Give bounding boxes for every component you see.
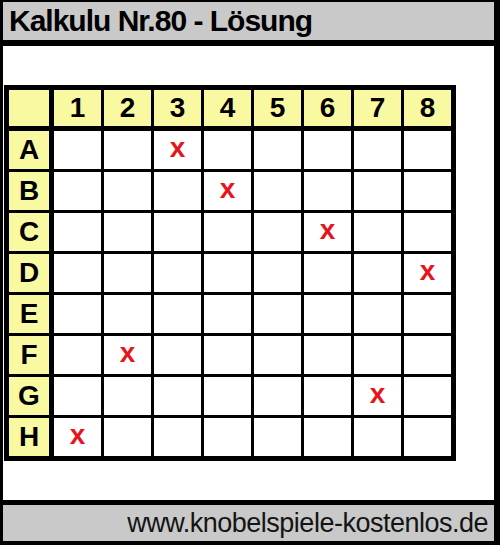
cell-G5[interactable]	[254, 377, 301, 415]
row-header-G: G	[9, 377, 51, 415]
cell-B6[interactable]	[304, 172, 351, 210]
col-header-7: 7	[354, 90, 401, 128]
page-frame: Kalkulu Nr.80 - Lösung 12345678AxBxCxDxE…	[0, 0, 500, 545]
col-header-5: 5	[254, 90, 301, 128]
cell-B2[interactable]	[104, 172, 151, 210]
page-title: Kalkulu Nr.80 - Lösung	[9, 4, 312, 38]
cell-A8[interactable]	[404, 131, 451, 169]
cell-A5[interactable]	[254, 131, 301, 169]
cell-H7[interactable]	[354, 418, 401, 456]
cell-A6[interactable]	[304, 131, 351, 169]
cell-G1[interactable]	[54, 377, 101, 415]
x-mark-D8: x	[420, 257, 436, 285]
x-mark-C6: x	[320, 216, 336, 244]
cell-C4[interactable]	[204, 213, 251, 251]
title-bar: Kalkulu Nr.80 - Lösung	[3, 2, 494, 46]
row-header-B: B	[9, 172, 51, 210]
cell-D3[interactable]	[154, 254, 201, 292]
cell-H5[interactable]	[254, 418, 301, 456]
cell-B4[interactable]: x	[204, 172, 251, 210]
cell-E5[interactable]	[254, 295, 301, 333]
cell-B7[interactable]	[354, 172, 401, 210]
corner-cell	[9, 90, 51, 128]
cell-F6[interactable]	[304, 336, 351, 374]
cell-F4[interactable]	[204, 336, 251, 374]
cell-G3[interactable]	[154, 377, 201, 415]
cell-D6[interactable]	[304, 254, 351, 292]
cell-D1[interactable]	[54, 254, 101, 292]
cell-D2[interactable]	[104, 254, 151, 292]
cell-C6[interactable]: x	[304, 213, 351, 251]
cell-F5[interactable]	[254, 336, 301, 374]
cell-H8[interactable]	[404, 418, 451, 456]
x-mark-A3: x	[170, 134, 186, 162]
cell-C2[interactable]	[104, 213, 151, 251]
col-header-1: 1	[54, 90, 101, 128]
col-header-6: 6	[304, 90, 351, 128]
cell-C3[interactable]	[154, 213, 201, 251]
cell-F8[interactable]	[404, 336, 451, 374]
content-area: 12345678AxBxCxDxEFxGxHx	[3, 46, 494, 500]
col-header-3: 3	[154, 90, 201, 128]
cell-F3[interactable]	[154, 336, 201, 374]
footer-bar: www.knobelspiele-kostenlos.de	[3, 500, 494, 541]
cell-D8[interactable]: x	[404, 254, 451, 292]
cell-H3[interactable]	[154, 418, 201, 456]
cell-D4[interactable]	[204, 254, 251, 292]
cell-E6[interactable]	[304, 295, 351, 333]
cell-A4[interactable]	[204, 131, 251, 169]
cell-H6[interactable]	[304, 418, 351, 456]
row-header-F: F	[9, 336, 51, 374]
cell-G8[interactable]	[404, 377, 451, 415]
cell-B5[interactable]	[254, 172, 301, 210]
cell-F1[interactable]	[54, 336, 101, 374]
cell-E2[interactable]	[104, 295, 151, 333]
cell-C7[interactable]	[354, 213, 401, 251]
cell-E3[interactable]	[154, 295, 201, 333]
cell-F2[interactable]: x	[104, 336, 151, 374]
x-mark-B4: x	[220, 175, 236, 203]
cell-A1[interactable]	[54, 131, 101, 169]
cell-D5[interactable]	[254, 254, 301, 292]
cell-G4[interactable]	[204, 377, 251, 415]
cell-B1[interactable]	[54, 172, 101, 210]
cell-E7[interactable]	[354, 295, 401, 333]
cell-C5[interactable]	[254, 213, 301, 251]
row-header-E: E	[9, 295, 51, 333]
cell-H1[interactable]: x	[54, 418, 101, 456]
cell-F7[interactable]	[354, 336, 401, 374]
cell-G2[interactable]	[104, 377, 151, 415]
cell-A3[interactable]: x	[154, 131, 201, 169]
cell-E1[interactable]	[54, 295, 101, 333]
cell-B8[interactable]	[404, 172, 451, 210]
row-header-H: H	[9, 418, 51, 456]
x-mark-G7: x	[370, 380, 386, 408]
cell-A7[interactable]	[354, 131, 401, 169]
cell-G7[interactable]: x	[354, 377, 401, 415]
col-header-4: 4	[204, 90, 251, 128]
x-mark-H1: x	[70, 421, 86, 449]
cell-A2[interactable]	[104, 131, 151, 169]
row-header-D: D	[9, 254, 51, 292]
cell-C1[interactable]	[54, 213, 101, 251]
puzzle-board: 12345678AxBxCxDxEFxGxHx	[4, 85, 456, 461]
cell-C8[interactable]	[404, 213, 451, 251]
cell-E4[interactable]	[204, 295, 251, 333]
cell-E8[interactable]	[404, 295, 451, 333]
x-mark-F2: x	[120, 339, 136, 367]
cell-H2[interactable]	[104, 418, 151, 456]
footer-url: www.knobelspiele-kostenlos.de	[127, 508, 488, 539]
row-header-A: A	[9, 131, 51, 169]
col-header-8: 8	[404, 90, 451, 128]
cell-D7[interactable]	[354, 254, 401, 292]
row-header-C: C	[9, 213, 51, 251]
col-header-2: 2	[104, 90, 151, 128]
cell-G6[interactable]	[304, 377, 351, 415]
cell-B3[interactable]	[154, 172, 201, 210]
cell-H4[interactable]	[204, 418, 251, 456]
